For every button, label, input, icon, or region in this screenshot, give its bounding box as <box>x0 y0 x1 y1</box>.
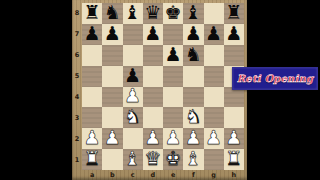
square-g5[interactable] <box>204 66 224 87</box>
square-h7[interactable]: ♟ <box>224 24 244 45</box>
piece-black-bishop-c8[interactable]: ♝ <box>124 3 141 22</box>
square-b1[interactable] <box>102 149 122 170</box>
square-b3[interactable] <box>102 107 122 128</box>
square-f5[interactable] <box>183 66 203 87</box>
piece-black-pawn-b7[interactable]: ♟ <box>104 24 121 43</box>
square-a1[interactable]: ♜ <box>82 149 102 170</box>
square-f2[interactable]: ♟ <box>183 128 203 149</box>
square-c2[interactable] <box>123 128 143 149</box>
square-f7[interactable]: ♟ <box>183 24 203 45</box>
square-h1[interactable]: ♜ <box>224 149 244 170</box>
piece-white-pawn-f2[interactable]: ♟ <box>185 128 202 147</box>
square-e1[interactable]: ♚ <box>163 149 183 170</box>
rank-label-6: 6 <box>72 45 82 66</box>
piece-white-bishop-f1[interactable]: ♝ <box>185 149 202 168</box>
square-e3[interactable] <box>163 107 183 128</box>
square-c7[interactable] <box>123 24 143 45</box>
square-a3[interactable] <box>82 107 102 128</box>
square-c1[interactable]: ♝ <box>123 149 143 170</box>
square-h3[interactable] <box>224 107 244 128</box>
square-a4[interactable] <box>82 87 102 108</box>
square-g3[interactable] <box>204 107 224 128</box>
piece-white-pawn-g2[interactable]: ♟ <box>205 128 222 147</box>
square-g4[interactable] <box>204 87 224 108</box>
rank-labels: 87654321 <box>72 3 82 170</box>
file-labels: abcdefgh <box>82 170 244 180</box>
file-label-d: d <box>143 170 163 180</box>
square-c8[interactable]: ♝ <box>123 3 143 24</box>
square-e8[interactable]: ♚ <box>163 3 183 24</box>
square-g2[interactable]: ♟ <box>204 128 224 149</box>
piece-white-pawn-h2[interactable]: ♟ <box>225 128 242 147</box>
video-frame: 87654321 abcdefgh ♜♞♝♛♚♝♜♟♟♟♟♟♟♟♞♟♟♞♞♟♟♟… <box>0 0 320 180</box>
rank-label-7: 7 <box>72 24 82 45</box>
square-d5[interactable] <box>143 66 163 87</box>
piece-black-bishop-f8[interactable]: ♝ <box>185 3 202 22</box>
piece-white-king-e1[interactable]: ♚ <box>165 149 182 168</box>
opening-name-banner: Reti Opening <box>232 67 318 90</box>
rank-label-4: 4 <box>72 87 82 108</box>
piece-white-pawn-a2[interactable]: ♟ <box>84 128 101 147</box>
piece-black-rook-a8[interactable]: ♜ <box>84 3 101 22</box>
square-a6[interactable] <box>82 45 102 66</box>
piece-white-knight-f3[interactable]: ♞ <box>185 107 202 126</box>
square-f6[interactable]: ♞ <box>183 45 203 66</box>
square-e2[interactable]: ♟ <box>163 128 183 149</box>
square-d6[interactable] <box>143 45 163 66</box>
piece-black-pawn-c5[interactable]: ♟ <box>124 66 141 85</box>
chess-board: 87654321 abcdefgh ♜♞♝♛♚♝♜♟♟♟♟♟♟♟♞♟♟♞♞♟♟♟… <box>72 0 247 180</box>
square-d7[interactable]: ♟ <box>143 24 163 45</box>
rank-label-2: 2 <box>72 128 82 149</box>
square-f4[interactable] <box>183 87 203 108</box>
piece-white-knight-c3[interactable]: ♞ <box>124 107 141 126</box>
square-c3[interactable]: ♞ <box>123 107 143 128</box>
square-e6[interactable]: ♟ <box>163 45 183 66</box>
square-f1[interactable]: ♝ <box>183 149 203 170</box>
square-c6[interactable] <box>123 45 143 66</box>
square-d1[interactable]: ♛ <box>143 149 163 170</box>
rank-label-1: 1 <box>72 149 82 170</box>
file-label-e: e <box>163 170 183 180</box>
square-b5[interactable] <box>102 66 122 87</box>
square-g1[interactable] <box>204 149 224 170</box>
rank-label-8: 8 <box>72 3 82 24</box>
square-d4[interactable] <box>143 87 163 108</box>
square-e4[interactable] <box>163 87 183 108</box>
square-b7[interactable]: ♟ <box>102 24 122 45</box>
square-h6[interactable] <box>224 45 244 66</box>
piece-white-rook-h1[interactable]: ♜ <box>225 149 242 168</box>
square-d3[interactable] <box>143 107 163 128</box>
piece-white-pawn-b2[interactable]: ♟ <box>104 128 121 147</box>
piece-white-pawn-d2[interactable]: ♟ <box>144 128 161 147</box>
piece-black-pawn-f7[interactable]: ♟ <box>185 24 202 43</box>
piece-white-queen-d1[interactable]: ♛ <box>144 149 161 168</box>
rank-label-3: 3 <box>72 107 82 128</box>
piece-white-bishop-c1[interactable]: ♝ <box>124 149 141 168</box>
square-h2[interactable]: ♟ <box>224 128 244 149</box>
square-d2[interactable]: ♟ <box>143 128 163 149</box>
board-squares: ♜♞♝♛♚♝♜♟♟♟♟♟♟♟♞♟♟♞♞♟♟♟♟♟♟♟♜♝♛♚♝♜ <box>82 3 244 170</box>
square-d8[interactable]: ♛ <box>143 3 163 24</box>
file-label-b: b <box>102 170 122 180</box>
square-a8[interactable]: ♜ <box>82 3 102 24</box>
piece-black-queen-d8[interactable]: ♛ <box>144 3 161 22</box>
square-c5[interactable]: ♟ <box>123 66 143 87</box>
square-g7[interactable]: ♟ <box>204 24 224 45</box>
piece-black-king-e8[interactable]: ♚ <box>165 3 182 22</box>
square-a5[interactable] <box>82 66 102 87</box>
square-c4[interactable]: ♟ <box>123 87 143 108</box>
piece-white-pawn-c4[interactable]: ♟ <box>124 86 141 105</box>
square-b6[interactable] <box>102 45 122 66</box>
square-b2[interactable]: ♟ <box>102 128 122 149</box>
piece-black-rook-h8[interactable]: ♜ <box>225 3 242 22</box>
square-f8[interactable]: ♝ <box>183 3 203 24</box>
piece-black-pawn-g7[interactable]: ♟ <box>205 24 222 43</box>
piece-black-pawn-e6[interactable]: ♟ <box>165 45 182 64</box>
piece-black-knight-f6[interactable]: ♞ <box>185 45 202 64</box>
piece-black-knight-b8[interactable]: ♞ <box>104 3 121 22</box>
square-b4[interactable] <box>102 87 122 108</box>
file-label-g: g <box>204 170 224 180</box>
file-label-a: a <box>82 170 102 180</box>
square-b8[interactable]: ♞ <box>102 3 122 24</box>
opening-name-text: Reti Opening <box>237 73 313 84</box>
piece-white-rook-a1[interactable]: ♜ <box>84 149 101 168</box>
square-h8[interactable]: ♜ <box>224 3 244 24</box>
square-f3[interactable]: ♞ <box>183 107 203 128</box>
square-g8[interactable] <box>204 3 224 24</box>
file-label-h: h <box>224 170 244 180</box>
square-e5[interactable] <box>163 66 183 87</box>
piece-white-pawn-e2[interactable]: ♟ <box>165 128 182 147</box>
file-label-c: c <box>123 170 143 180</box>
square-a2[interactable]: ♟ <box>82 128 102 149</box>
square-a7[interactable]: ♟ <box>82 24 102 45</box>
piece-black-pawn-d7[interactable]: ♟ <box>144 24 161 43</box>
rank-label-5: 5 <box>72 66 82 87</box>
square-g6[interactable] <box>204 45 224 66</box>
file-label-f: f <box>183 170 203 180</box>
piece-black-pawn-a7[interactable]: ♟ <box>84 24 101 43</box>
piece-black-pawn-h7[interactable]: ♟ <box>225 24 242 43</box>
square-e7[interactable] <box>163 24 183 45</box>
